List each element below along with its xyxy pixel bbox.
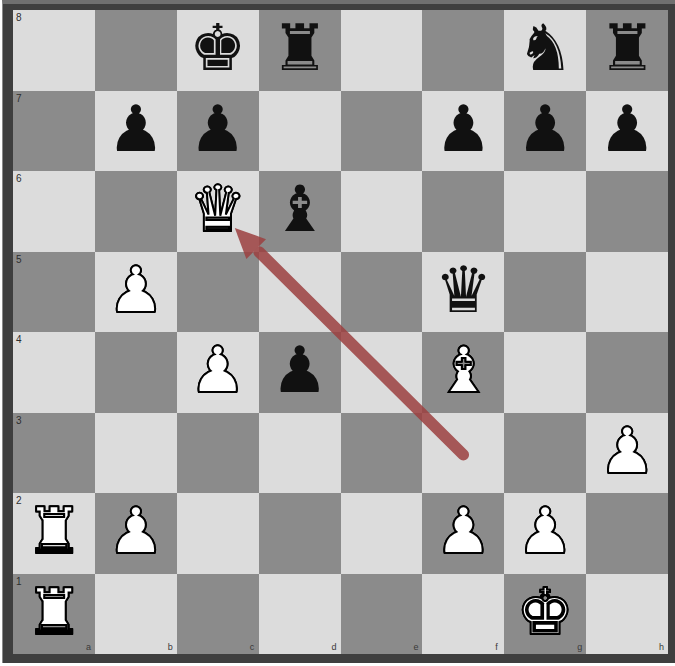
file-label-f: f: [495, 642, 498, 652]
square-h4[interactable]: [586, 332, 668, 413]
file-label-e: e: [413, 642, 418, 652]
square-f5[interactable]: ♛: [422, 252, 504, 333]
square-e8[interactable]: [341, 10, 423, 91]
square-d5[interactable]: [259, 252, 341, 333]
piece-black-knight[interactable]: ♞: [517, 16, 574, 80]
piece-black-pawn[interactable]: ♟: [598, 97, 655, 161]
chess-board: ♚♜♞♜♟♟♟♟♟♛♝♟♛♟♟♝♟♜♟♟♟♜♚87654321abcdefgh: [13, 10, 668, 654]
square-g3[interactable]: [504, 413, 586, 494]
square-d8[interactable]: ♜: [259, 10, 341, 91]
square-d1[interactable]: [259, 574, 341, 655]
square-a2[interactable]: ♜: [13, 493, 95, 574]
square-d4[interactable]: ♟: [259, 332, 341, 413]
piece-white-pawn[interactable]: ♟: [435, 499, 492, 563]
piece-black-pawn[interactable]: ♟: [435, 97, 492, 161]
square-b6[interactable]: [95, 171, 177, 252]
piece-black-king[interactable]: ♚: [189, 16, 246, 80]
piece-white-queen[interactable]: ♛: [189, 177, 246, 241]
square-h5[interactable]: [586, 252, 668, 333]
square-b7[interactable]: ♟: [95, 91, 177, 172]
rank-label-3: 3: [16, 415, 22, 426]
piece-white-rook[interactable]: ♜: [25, 580, 82, 644]
square-c6[interactable]: ♛: [177, 171, 259, 252]
piece-black-bishop[interactable]: ♝: [271, 177, 328, 241]
square-f3[interactable]: [422, 413, 504, 494]
square-g2[interactable]: ♟: [504, 493, 586, 574]
square-h7[interactable]: ♟: [586, 91, 668, 172]
square-f6[interactable]: [422, 171, 504, 252]
square-a4[interactable]: [13, 332, 95, 413]
square-a3[interactable]: [13, 413, 95, 494]
rank-label-6: 6: [16, 173, 22, 184]
rank-label-5: 5: [16, 254, 22, 265]
square-g1[interactable]: ♚: [504, 574, 586, 655]
square-g6[interactable]: [504, 171, 586, 252]
square-a8[interactable]: [13, 10, 95, 91]
piece-white-pawn[interactable]: ♟: [189, 338, 246, 402]
rank-label-2: 2: [16, 495, 22, 506]
square-e6[interactable]: [341, 171, 423, 252]
square-c3[interactable]: [177, 413, 259, 494]
square-b3[interactable]: [95, 413, 177, 494]
piece-white-pawn[interactable]: ♟: [107, 258, 164, 322]
square-d7[interactable]: [259, 91, 341, 172]
square-g5[interactable]: [504, 252, 586, 333]
rank-label-1: 1: [16, 576, 22, 587]
square-c8[interactable]: ♚: [177, 10, 259, 91]
piece-black-pawn[interactable]: ♟: [271, 338, 328, 402]
square-f8[interactable]: [422, 10, 504, 91]
piece-white-king[interactable]: ♚: [517, 580, 574, 644]
file-label-h: h: [659, 642, 664, 652]
square-c7[interactable]: ♟: [177, 91, 259, 172]
square-c1[interactable]: [177, 574, 259, 655]
square-d3[interactable]: [259, 413, 341, 494]
piece-black-rook[interactable]: ♜: [271, 16, 328, 80]
square-b2[interactable]: ♟: [95, 493, 177, 574]
square-f4[interactable]: ♝: [422, 332, 504, 413]
square-g4[interactable]: [504, 332, 586, 413]
piece-white-pawn[interactable]: ♟: [517, 499, 574, 563]
piece-black-pawn[interactable]: ♟: [517, 97, 574, 161]
piece-black-queen[interactable]: ♛: [435, 258, 492, 322]
square-b4[interactable]: [95, 332, 177, 413]
square-e7[interactable]: [341, 91, 423, 172]
square-d2[interactable]: [259, 493, 341, 574]
square-a5[interactable]: [13, 252, 95, 333]
square-a7[interactable]: [13, 91, 95, 172]
board-frame: ♚♜♞♜♟♟♟♟♟♛♝♟♛♟♟♝♟♜♟♟♟♜♚87654321abcdefgh: [2, 0, 675, 663]
square-h2[interactable]: [586, 493, 668, 574]
rank-label-8: 8: [16, 12, 22, 23]
square-h6[interactable]: [586, 171, 668, 252]
square-c2[interactable]: [177, 493, 259, 574]
square-h1[interactable]: [586, 574, 668, 655]
square-c4[interactable]: ♟: [177, 332, 259, 413]
square-e1[interactable]: [341, 574, 423, 655]
square-e5[interactable]: [341, 252, 423, 333]
rank-label-4: 4: [16, 334, 22, 345]
square-a6[interactable]: [13, 171, 95, 252]
square-c5[interactable]: [177, 252, 259, 333]
piece-black-pawn[interactable]: ♟: [189, 97, 246, 161]
piece-black-rook[interactable]: ♜: [598, 16, 655, 80]
rank-label-7: 7: [16, 93, 22, 104]
piece-black-pawn[interactable]: ♟: [107, 97, 164, 161]
square-e4[interactable]: [341, 332, 423, 413]
square-b8[interactable]: [95, 10, 177, 91]
square-f1[interactable]: [422, 574, 504, 655]
piece-white-pawn[interactable]: ♟: [598, 419, 655, 483]
square-f7[interactable]: ♟: [422, 91, 504, 172]
square-h8[interactable]: ♜: [586, 10, 668, 91]
file-label-d: d: [332, 642, 337, 652]
square-d6[interactable]: ♝: [259, 171, 341, 252]
piece-white-bishop[interactable]: ♝: [435, 338, 492, 402]
square-f2[interactable]: ♟: [422, 493, 504, 574]
piece-white-rook[interactable]: ♜: [25, 499, 82, 563]
piece-white-pawn[interactable]: ♟: [107, 499, 164, 563]
file-label-b: b: [168, 642, 173, 652]
square-b1[interactable]: [95, 574, 177, 655]
square-e3[interactable]: [341, 413, 423, 494]
file-label-c: c: [250, 642, 255, 652]
square-e2[interactable]: [341, 493, 423, 574]
file-label-a: a: [86, 642, 91, 652]
square-g7[interactable]: ♟: [504, 91, 586, 172]
file-label-g: g: [577, 642, 582, 652]
square-h3[interactable]: ♟: [586, 413, 668, 494]
square-b5[interactable]: ♟: [95, 252, 177, 333]
square-a1[interactable]: ♜: [13, 574, 95, 655]
square-g8[interactable]: ♞: [504, 10, 586, 91]
